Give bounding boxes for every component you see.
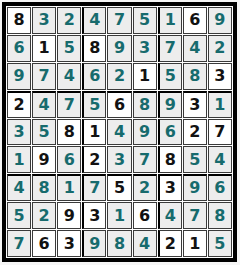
cell-r6c4[interactable]: 2 [82, 146, 106, 173]
cell-r1c1[interactable]: 8 [7, 7, 31, 34]
cell-r7c8[interactable]: 9 [183, 174, 207, 201]
cell-r4c2[interactable]: 4 [32, 91, 56, 118]
cell-r5c8[interactable]: 2 [183, 119, 207, 146]
cell-r1c8[interactable]: 6 [183, 7, 207, 34]
cell-r4c1[interactable]: 2 [7, 91, 31, 118]
cell-r8c7[interactable]: 4 [158, 202, 182, 229]
cell-r7c4[interactable]: 7 [82, 174, 106, 201]
cell-r1c5[interactable]: 7 [107, 7, 131, 34]
cell-r4c6[interactable]: 8 [133, 91, 157, 118]
cell-r5c3[interactable]: 8 [57, 119, 81, 146]
cell-r2c2[interactable]: 1 [32, 35, 56, 62]
cell-r8c9[interactable]: 8 [208, 202, 232, 229]
cell-r9c2[interactable]: 6 [32, 230, 56, 257]
cell-r1c9[interactable]: 9 [208, 7, 232, 34]
cell-r7c7[interactable]: 3 [158, 174, 182, 201]
cell-r5c9[interactable]: 7 [208, 119, 232, 146]
cell-r6c6[interactable]: 7 [133, 146, 157, 173]
cell-r3c7[interactable]: 5 [158, 63, 182, 90]
cell-r2c3[interactable]: 5 [57, 35, 81, 62]
cell-r9c5[interactable]: 8 [107, 230, 131, 257]
cell-r2c1[interactable]: 6 [7, 35, 31, 62]
cell-r5c4[interactable]: 1 [82, 119, 106, 146]
cell-r9c4[interactable]: 9 [82, 230, 106, 257]
cell-r6c9[interactable]: 4 [208, 146, 232, 173]
cell-r2c4[interactable]: 8 [82, 35, 106, 62]
cell-r6c2[interactable]: 9 [32, 146, 56, 173]
cell-r3c8[interactable]: 8 [183, 63, 207, 90]
cell-r4c7[interactable]: 9 [158, 91, 182, 118]
cell-r5c6[interactable]: 9 [133, 119, 157, 146]
cell-r3c2[interactable]: 7 [32, 63, 56, 90]
cell-r2c6[interactable]: 3 [133, 35, 157, 62]
cell-r3c5[interactable]: 2 [107, 63, 131, 90]
cell-r8c8[interactable]: 7 [183, 202, 207, 229]
cell-r2c7[interactable]: 7 [158, 35, 182, 62]
cell-r8c2[interactable]: 2 [32, 202, 56, 229]
cell-r9c9[interactable]: 5 [208, 230, 232, 257]
cell-r3c4[interactable]: 6 [82, 63, 106, 90]
cell-r6c8[interactable]: 5 [183, 146, 207, 173]
cell-r9c8[interactable]: 1 [183, 230, 207, 257]
cell-r1c6[interactable]: 5 [133, 7, 157, 34]
cell-r4c3[interactable]: 7 [57, 91, 81, 118]
cell-r6c3[interactable]: 6 [57, 146, 81, 173]
cell-r5c5[interactable]: 4 [107, 119, 131, 146]
cell-r8c6[interactable]: 6 [133, 202, 157, 229]
cell-r3c9[interactable]: 3 [208, 63, 232, 90]
cell-r9c7[interactable]: 2 [158, 230, 182, 257]
cell-r5c1[interactable]: 3 [7, 119, 31, 146]
cell-r4c9[interactable]: 1 [208, 91, 232, 118]
cell-r7c1[interactable]: 4 [7, 174, 31, 201]
cell-r5c2[interactable]: 5 [32, 119, 56, 146]
cell-r7c6[interactable]: 2 [133, 174, 157, 201]
cell-r9c1[interactable]: 7 [7, 230, 31, 257]
cell-r3c1[interactable]: 9 [7, 63, 31, 90]
cell-r8c5[interactable]: 1 [107, 202, 131, 229]
cell-r2c9[interactable]: 2 [208, 35, 232, 62]
cell-r6c1[interactable]: 1 [7, 146, 31, 173]
sudoku-board: 8324751696158937429746215832475689313581… [2, 2, 237, 262]
cell-r1c3[interactable]: 2 [57, 7, 81, 34]
cell-r2c8[interactable]: 4 [183, 35, 207, 62]
cell-r8c1[interactable]: 5 [7, 202, 31, 229]
cell-r3c6[interactable]: 1 [133, 63, 157, 90]
cell-r1c4[interactable]: 4 [82, 7, 106, 34]
cell-r8c4[interactable]: 3 [82, 202, 106, 229]
cell-r7c9[interactable]: 6 [208, 174, 232, 201]
cell-r9c6[interactable]: 4 [133, 230, 157, 257]
cell-r3c3[interactable]: 4 [57, 63, 81, 90]
cell-r4c5[interactable]: 6 [107, 91, 131, 118]
cell-r7c3[interactable]: 1 [57, 174, 81, 201]
cell-r4c4[interactable]: 5 [82, 91, 106, 118]
cell-r8c3[interactable]: 9 [57, 202, 81, 229]
cell-r6c7[interactable]: 8 [158, 146, 182, 173]
cell-r9c3[interactable]: 3 [57, 230, 81, 257]
cell-r4c8[interactable]: 3 [183, 91, 207, 118]
cell-r2c5[interactable]: 9 [107, 35, 131, 62]
cell-r7c5[interactable]: 5 [107, 174, 131, 201]
cell-r1c7[interactable]: 1 [158, 7, 182, 34]
cell-r5c7[interactable]: 6 [158, 119, 182, 146]
cell-r1c2[interactable]: 3 [32, 7, 56, 34]
cell-r6c5[interactable]: 3 [107, 146, 131, 173]
cell-r7c2[interactable]: 8 [32, 174, 56, 201]
